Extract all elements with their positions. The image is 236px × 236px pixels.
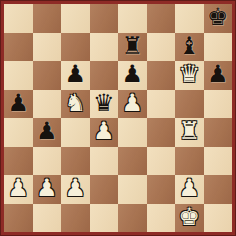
square-d8[interactable] bbox=[90, 4, 119, 33]
square-g5[interactable] bbox=[175, 90, 204, 119]
square-f2[interactable] bbox=[147, 175, 176, 204]
square-h6[interactable]: ♟ bbox=[204, 61, 233, 90]
square-e5[interactable]: ♟ bbox=[118, 90, 147, 119]
square-d7[interactable] bbox=[90, 33, 119, 62]
square-e6[interactable]: ♟ bbox=[118, 61, 147, 90]
square-c5[interactable]: ♞ bbox=[61, 90, 90, 119]
square-c2[interactable]: ♟ bbox=[61, 175, 90, 204]
white-king-icon[interactable]: ♚ bbox=[178, 205, 200, 229]
square-c3[interactable] bbox=[61, 147, 90, 176]
square-f5[interactable] bbox=[147, 90, 176, 119]
square-f7[interactable] bbox=[147, 33, 176, 62]
square-d6[interactable] bbox=[90, 61, 119, 90]
chess-board: ♚♜♝♟♟♛♟♟♞♛♟♟♟♜♟♟♟♟♚ bbox=[4, 4, 232, 232]
square-e2[interactable] bbox=[118, 175, 147, 204]
square-e1[interactable] bbox=[118, 204, 147, 233]
white-rook-icon[interactable]: ♜ bbox=[178, 119, 200, 143]
square-h7[interactable] bbox=[204, 33, 233, 62]
square-b6[interactable] bbox=[33, 61, 62, 90]
square-e8[interactable] bbox=[118, 4, 147, 33]
square-h3[interactable] bbox=[204, 147, 233, 176]
white-knight-icon[interactable]: ♞ bbox=[64, 91, 86, 115]
square-e3[interactable] bbox=[118, 147, 147, 176]
square-g1[interactable]: ♚ bbox=[175, 204, 204, 233]
square-h5[interactable] bbox=[204, 90, 233, 119]
chess-board-frame: ♚♜♝♟♟♛♟♟♞♛♟♟♟♜♟♟♟♟♚ bbox=[0, 0, 236, 236]
black-pawn-icon[interactable]: ♟ bbox=[121, 62, 143, 86]
square-f6[interactable] bbox=[147, 61, 176, 90]
square-d2[interactable] bbox=[90, 175, 119, 204]
square-c7[interactable] bbox=[61, 33, 90, 62]
square-h8[interactable]: ♚ bbox=[204, 4, 233, 33]
square-g2[interactable]: ♟ bbox=[175, 175, 204, 204]
black-pawn-icon[interactable]: ♟ bbox=[7, 91, 29, 115]
square-d4[interactable]: ♟ bbox=[90, 118, 119, 147]
square-b1[interactable] bbox=[33, 204, 62, 233]
square-a8[interactable] bbox=[4, 4, 33, 33]
white-pawn-icon[interactable]: ♟ bbox=[36, 176, 58, 200]
square-h4[interactable] bbox=[204, 118, 233, 147]
square-a2[interactable]: ♟ bbox=[4, 175, 33, 204]
square-g8[interactable] bbox=[175, 4, 204, 33]
white-pawn-icon[interactable]: ♟ bbox=[93, 119, 115, 143]
square-a3[interactable] bbox=[4, 147, 33, 176]
square-f1[interactable] bbox=[147, 204, 176, 233]
black-pawn-icon[interactable]: ♟ bbox=[36, 119, 58, 143]
white-pawn-icon[interactable]: ♟ bbox=[7, 176, 29, 200]
square-d1[interactable] bbox=[90, 204, 119, 233]
square-a7[interactable] bbox=[4, 33, 33, 62]
square-b3[interactable] bbox=[33, 147, 62, 176]
white-pawn-icon[interactable]: ♟ bbox=[121, 91, 143, 115]
white-queen-icon[interactable]: ♛ bbox=[178, 62, 200, 86]
black-rook-icon[interactable]: ♜ bbox=[121, 34, 143, 58]
square-g7[interactable]: ♝ bbox=[175, 33, 204, 62]
square-g6[interactable]: ♛ bbox=[175, 61, 204, 90]
square-a6[interactable] bbox=[4, 61, 33, 90]
square-b8[interactable] bbox=[33, 4, 62, 33]
square-d3[interactable] bbox=[90, 147, 119, 176]
square-h1[interactable] bbox=[204, 204, 233, 233]
square-g4[interactable]: ♜ bbox=[175, 118, 204, 147]
square-a4[interactable] bbox=[4, 118, 33, 147]
white-pawn-icon[interactable]: ♟ bbox=[178, 176, 200, 200]
square-f8[interactable] bbox=[147, 4, 176, 33]
square-a1[interactable] bbox=[4, 204, 33, 233]
square-c4[interactable] bbox=[61, 118, 90, 147]
white-pawn-icon[interactable]: ♟ bbox=[64, 176, 86, 200]
square-f3[interactable] bbox=[147, 147, 176, 176]
square-a5[interactable]: ♟ bbox=[4, 90, 33, 119]
square-f4[interactable] bbox=[147, 118, 176, 147]
square-e7[interactable]: ♜ bbox=[118, 33, 147, 62]
black-king-icon[interactable]: ♚ bbox=[207, 5, 229, 29]
black-pawn-icon[interactable]: ♟ bbox=[207, 62, 229, 86]
black-bishop-icon[interactable]: ♝ bbox=[178, 34, 200, 58]
square-b7[interactable] bbox=[33, 33, 62, 62]
square-e4[interactable] bbox=[118, 118, 147, 147]
square-b2[interactable]: ♟ bbox=[33, 175, 62, 204]
black-queen-icon[interactable]: ♛ bbox=[93, 91, 115, 115]
square-b5[interactable] bbox=[33, 90, 62, 119]
square-b4[interactable]: ♟ bbox=[33, 118, 62, 147]
square-h2[interactable] bbox=[204, 175, 233, 204]
black-pawn-icon[interactable]: ♟ bbox=[64, 62, 86, 86]
square-c6[interactable]: ♟ bbox=[61, 61, 90, 90]
square-c1[interactable] bbox=[61, 204, 90, 233]
square-g3[interactable] bbox=[175, 147, 204, 176]
square-d5[interactable]: ♛ bbox=[90, 90, 119, 119]
square-c8[interactable] bbox=[61, 4, 90, 33]
